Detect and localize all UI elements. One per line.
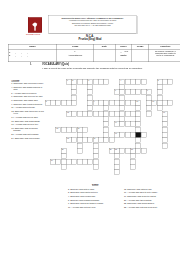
clue-item: 11. A person who cuts hair. xyxy=(11,107,44,109)
worksheet-page: Creando Futuro INSTITUCIÓN EDUCATIVA TÉC… xyxy=(0,0,180,255)
clue-number: 17 xyxy=(115,133,117,135)
clue-item: 2. Someone who acts in films. xyxy=(68,188,122,190)
score-points: 20Pts xyxy=(116,53,131,56)
clue-item: 17. A person who drives a taxi. xyxy=(11,124,44,126)
clue-item: 18. Somebody who helps sick animals. xyxy=(11,127,44,132)
clue-number: 3 xyxy=(88,79,89,81)
clue-number: 9 xyxy=(94,101,95,103)
clue-number: 1 xyxy=(67,79,68,81)
clue-item: 6. Somebody who delivers the mail. xyxy=(11,96,44,98)
clue-item: 22. Somebody who builds houses. xyxy=(124,203,177,205)
clue-number: 23 xyxy=(131,149,133,151)
clue-number: 16 xyxy=(78,127,80,129)
clue-item: 10. A person who puts out fires. xyxy=(68,206,122,208)
clue-item: 1. Somebody who cures sick people. xyxy=(11,82,44,84)
empty-space xyxy=(168,170,173,175)
objective-cell: To reinforce vocabulary & comprehension … xyxy=(148,49,180,61)
clue-item: 12. Somebody who takes care of our teeth… xyxy=(11,110,44,115)
student-info-table: Name Class Date Score Grade Objective 1.… xyxy=(8,44,180,62)
clue-number: 11 xyxy=(152,101,154,103)
clue-item: 21. A person who writes books. xyxy=(11,133,44,135)
grade-cell xyxy=(132,49,149,61)
clue-item: 4. Someone who grows crops on a farm. xyxy=(11,86,44,91)
name-cell: 1. ______________ 2. ______________ xyxy=(8,49,57,61)
clue-number: 10 xyxy=(136,101,138,103)
clue-number: 13 xyxy=(163,111,165,113)
clue-item: 23. A person who cuts and sells meat. xyxy=(124,206,177,208)
instruction-text: Take a look at the clues of the elements… xyxy=(44,67,143,69)
clue-item: 8. Somebody who cooks food. xyxy=(11,99,44,101)
across-list: 1. Somebody who cures sick people.4. Som… xyxy=(11,82,44,139)
clue-number: 24 xyxy=(51,159,53,161)
clue-item: 13. Someone who catches fish. xyxy=(124,188,177,190)
clue-number: 18 xyxy=(67,138,69,140)
clue-number: 22 xyxy=(115,149,117,151)
clue-number: 15 xyxy=(56,127,58,129)
date-cell xyxy=(93,49,115,61)
letterhead-box: INSTITUCIÓN EDUCATIVA TÉCNICO COMERCIAL … xyxy=(48,15,137,33)
clue-number: 12 xyxy=(67,111,69,113)
info-body-row: 1. ______________ 2. ______________ 9° A… xyxy=(8,49,180,61)
clue-number: 14 xyxy=(115,122,117,124)
section-numeral: I. xyxy=(30,63,31,66)
crossword-grid: 123456789101112131415161718192021222324 xyxy=(45,79,173,175)
clue-item: 16. A person who goes to outer space. xyxy=(124,192,177,194)
down-clues-left: 2. Someone who acts in films.3. Somebody… xyxy=(68,188,122,210)
clue-item: 7. Somebody who sells things in a shop. xyxy=(68,203,122,205)
objective-line-3: Unit N°1 "Professions" xyxy=(149,55,180,57)
clue-number: 7 xyxy=(147,90,148,92)
clue-number: 20 xyxy=(62,149,64,151)
clue-item: 9. Someone who teaches students. xyxy=(11,103,44,105)
clue-item: 19. Somebody who helps the doctor. xyxy=(124,195,177,197)
clue-item: 4. Somebody who repairs cars. xyxy=(68,195,122,197)
across-header: Across xyxy=(11,79,44,81)
clue-number: 5 xyxy=(158,79,159,81)
school-logo xyxy=(28,17,42,32)
instruction-line: •Take a look at the clues of the element… xyxy=(42,67,162,70)
clue-number: 19 xyxy=(94,138,96,140)
clue-item: 5. Someone who designs buildings. xyxy=(68,199,122,201)
class-cell: 9° Administración xyxy=(57,49,94,61)
down-clues-right: 13. Someone who catches fish.16. A perso… xyxy=(124,188,177,210)
clue-number: 4 xyxy=(120,79,121,81)
clue-number: 8 xyxy=(46,101,47,103)
doc-title-line2: Prueba (Eng) Mod xyxy=(0,38,180,41)
bullet-icon: • xyxy=(42,67,43,69)
section-title: VOCABULARY (Quiz) xyxy=(42,63,69,66)
clue-item: 20. A person who takes photos. xyxy=(124,199,177,201)
down-header: Down xyxy=(92,183,98,185)
across-clues: Across 1. Somebody who cures sick people… xyxy=(11,79,44,141)
clue-number: 2 xyxy=(72,79,73,81)
class-track: Administración xyxy=(58,53,93,56)
clue-number: 6 xyxy=(115,90,116,92)
letterhead-ids: NIT 800.123.456-7 — DANE 108560000123 xyxy=(48,24,136,26)
clue-item: 14. A person who serves food. xyxy=(11,116,44,118)
doc-title: N.C.A. Prueba (Eng) Mod xyxy=(0,35,180,41)
clue-item: 3. Somebody who paints pictures. xyxy=(68,192,122,194)
score-cell: ____ / 5.0 20Pts xyxy=(115,49,132,61)
clue-number: 21 xyxy=(110,149,112,151)
clue-item: 15. Somebody who sings songs. xyxy=(11,120,44,122)
clue-item: 24. Somebody who plays music. xyxy=(11,137,44,139)
clue-item: 5. A person who flies planes. xyxy=(11,92,44,94)
name-blank-2: 2. ______________ xyxy=(9,54,56,58)
